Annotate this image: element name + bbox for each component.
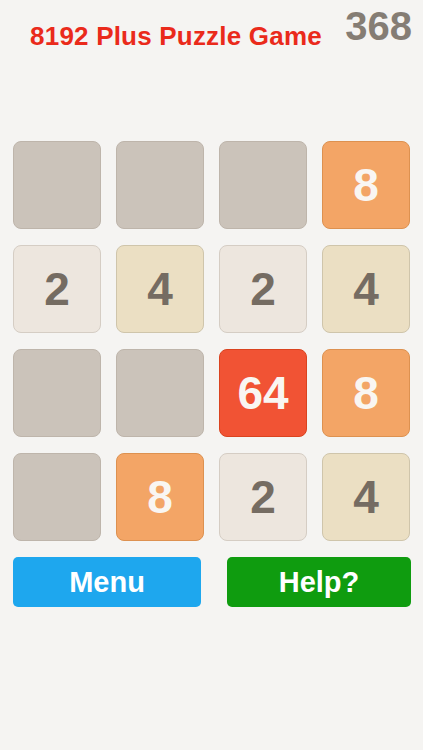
- page-title: 8192 Plus Puzzle Game: [0, 21, 352, 52]
- help-button[interactable]: Help?: [227, 557, 411, 607]
- tile-cell: [116, 349, 204, 437]
- tile-cell: 8: [116, 453, 204, 541]
- tile-cell: [116, 141, 204, 229]
- score-value: 368: [345, 4, 412, 49]
- puzzle-board[interactable]: 8 2 4 2 4 64 8 8 2 4: [13, 141, 410, 541]
- menu-button[interactable]: Menu: [13, 557, 201, 607]
- tile-cell: 8: [322, 141, 410, 229]
- tile-cell: 2: [219, 453, 307, 541]
- tile-cell: [13, 349, 101, 437]
- tile-cell: 4: [322, 453, 410, 541]
- game-screen: 8192 Plus Puzzle Game 368 8 2 4 2 4 64 8…: [0, 0, 423, 750]
- tile-cell: 4: [116, 245, 204, 333]
- tile-cell: [219, 141, 307, 229]
- tile-cell: 4: [322, 245, 410, 333]
- tile-cell: [13, 141, 101, 229]
- tile-cell: 8: [322, 349, 410, 437]
- tile-cell: [13, 453, 101, 541]
- tile-cell: 2: [13, 245, 101, 333]
- tile-cell: 2: [219, 245, 307, 333]
- tile-cell: 64: [219, 349, 307, 437]
